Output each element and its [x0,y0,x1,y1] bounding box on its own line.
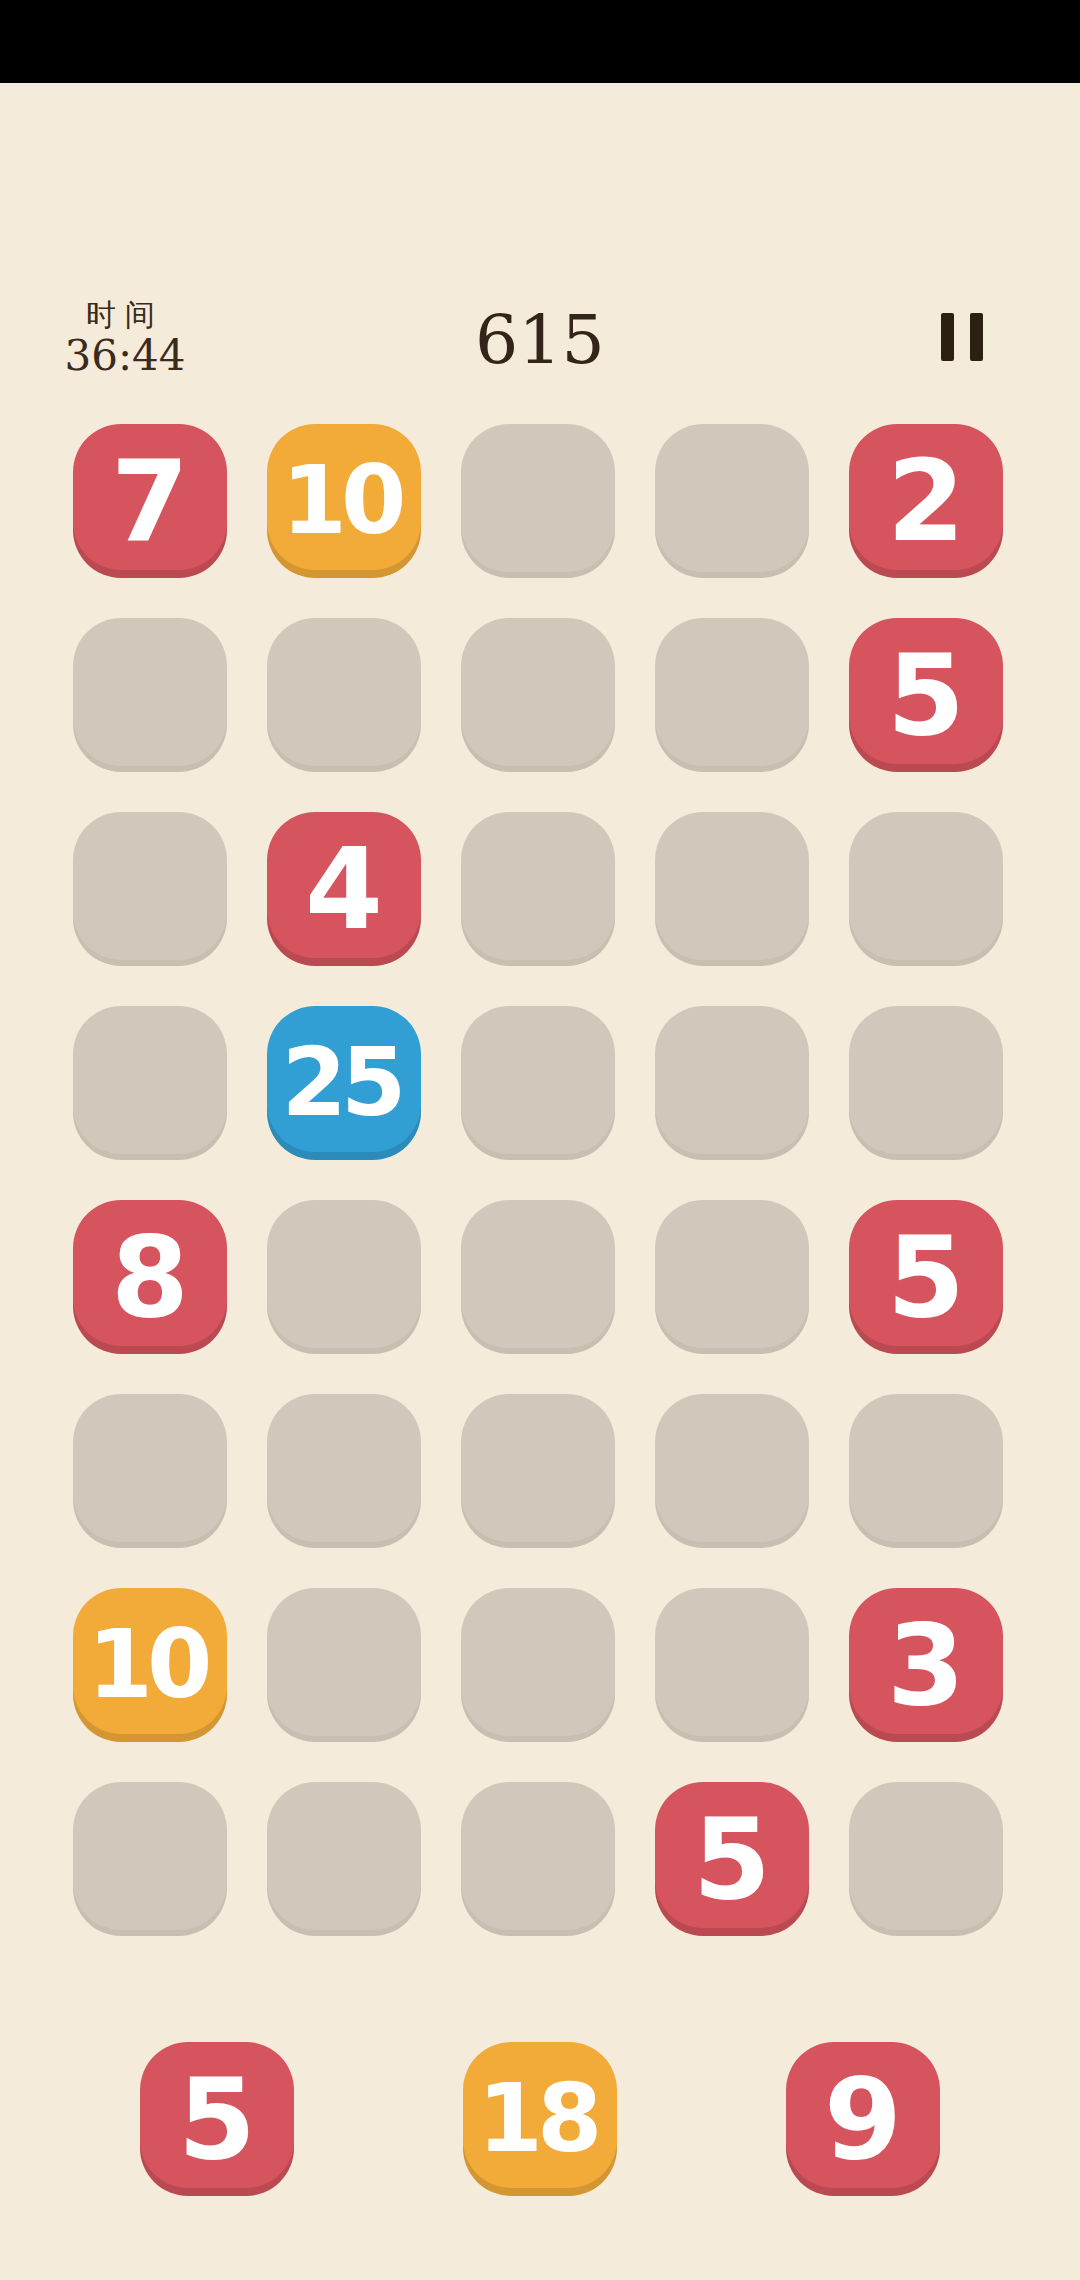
pause-button[interactable] [941,313,983,361]
status-bar [0,0,1080,83]
board-cell-empty[interactable] [655,1394,809,1548]
tile-value: 5 [178,2063,256,2175]
board-cell-empty[interactable] [267,1200,421,1354]
board-cell-empty[interactable] [849,1394,1003,1548]
tile-value: 10 [282,454,401,548]
board-cell-empty[interactable] [461,424,615,578]
tile-value: 5 [693,1803,771,1915]
board-cell-empty[interactable] [849,812,1003,966]
board-tile-10[interactable]: 10 [73,1588,227,1742]
tile-tray: 5189 [0,2042,1080,2196]
tile-value: 5 [887,639,965,751]
board-tile-3[interactable]: 3 [849,1588,1003,1742]
board-tile-2[interactable]: 2 [849,424,1003,578]
board-cell-empty[interactable] [461,1782,615,1936]
score-value: 615 [0,306,1080,374]
board-cell-empty[interactable] [461,1394,615,1548]
board-cell-empty[interactable] [655,1588,809,1742]
tray-tile-9[interactable]: 9 [786,2042,940,2196]
board-cell-empty[interactable] [461,1588,615,1742]
tile-value: 18 [478,2072,597,2166]
board-cell-empty[interactable] [267,1782,421,1936]
board-cell-empty[interactable] [655,424,809,578]
board-cell-empty[interactable] [461,1006,615,1160]
board-tile-25[interactable]: 25 [267,1006,421,1160]
tray-tile-5[interactable]: 5 [140,2042,294,2196]
tray-tile-18[interactable]: 18 [463,2042,617,2196]
tile-value: 5 [887,1221,965,1333]
tile-value: 4 [305,833,383,945]
tile-value: 8 [111,1221,189,1333]
pause-icon [970,313,983,361]
board-cell-empty[interactable] [267,618,421,772]
board-cell-empty[interactable] [73,1006,227,1160]
tile-value: 9 [824,2063,902,2175]
board-tile-8[interactable]: 8 [73,1200,227,1354]
pause-icon [941,313,954,361]
board-cell-empty[interactable] [655,1200,809,1354]
board-cell-empty[interactable] [849,1006,1003,1160]
board-tile-7[interactable]: 7 [73,424,227,578]
board-cell-empty[interactable] [461,618,615,772]
board-cell-empty[interactable] [461,1200,615,1354]
board-cell-empty[interactable] [655,618,809,772]
board-tile-5[interactable]: 5 [849,1200,1003,1354]
board: 71025425851035 [73,424,1003,1936]
board-cell-empty[interactable] [267,1394,421,1548]
board-tile-5[interactable]: 5 [655,1782,809,1936]
board-cell-empty[interactable] [73,1394,227,1548]
tile-value: 7 [111,445,189,557]
board-cell-empty[interactable] [73,618,227,772]
tile-value: 3 [887,1609,965,1721]
board-cell-empty[interactable] [267,1588,421,1742]
board-cell-empty[interactable] [73,1782,227,1936]
tile-value: 10 [88,1618,207,1712]
board-cell-empty[interactable] [655,1006,809,1160]
board-cell-empty[interactable] [461,812,615,966]
tile-value: 25 [282,1036,401,1130]
tile-value: 2 [887,445,965,557]
board-cell-empty[interactable] [849,1782,1003,1936]
board-tile-5[interactable]: 5 [849,618,1003,772]
board-cell-empty[interactable] [655,812,809,966]
board-tile-4[interactable]: 4 [267,812,421,966]
board-cell-empty[interactable] [73,812,227,966]
board-tile-10[interactable]: 10 [267,424,421,578]
